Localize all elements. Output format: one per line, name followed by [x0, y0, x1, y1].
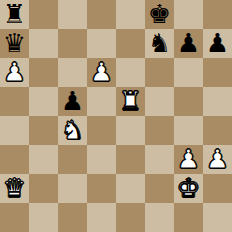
- square-d4[interactable]: [87, 116, 116, 145]
- square-g6[interactable]: [174, 58, 203, 87]
- square-e2[interactable]: [116, 174, 145, 203]
- square-b3[interactable]: [29, 145, 58, 174]
- piece-white-rook[interactable]: ♜: [119, 87, 142, 116]
- square-e8[interactable]: [116, 0, 145, 29]
- square-b4[interactable]: [29, 116, 58, 145]
- square-e4[interactable]: [116, 116, 145, 145]
- piece-black-rook[interactable]: ♜: [3, 0, 26, 29]
- square-e3[interactable]: [116, 145, 145, 174]
- piece-black-pawn[interactable]: ♟: [177, 29, 200, 58]
- square-f4[interactable]: [145, 116, 174, 145]
- square-d2[interactable]: [87, 174, 116, 203]
- square-a4[interactable]: [0, 116, 29, 145]
- square-a5[interactable]: [0, 87, 29, 116]
- square-d7[interactable]: [87, 29, 116, 58]
- square-c3[interactable]: [58, 145, 87, 174]
- piece-white-queen[interactable]: ♛: [3, 174, 26, 203]
- square-a8[interactable]: ♜: [0, 0, 29, 29]
- square-b2[interactable]: [29, 174, 58, 203]
- square-d5[interactable]: [87, 87, 116, 116]
- square-h4[interactable]: [203, 116, 232, 145]
- square-b8[interactable]: [29, 0, 58, 29]
- square-g2[interactable]: ♚: [174, 174, 203, 203]
- piece-black-queen[interactable]: ♛: [3, 29, 26, 58]
- square-c6[interactable]: [58, 58, 87, 87]
- square-e6[interactable]: [116, 58, 145, 87]
- piece-white-pawn[interactable]: ♟: [90, 58, 113, 87]
- square-h3[interactable]: ♟: [203, 145, 232, 174]
- square-e5[interactable]: ♜: [116, 87, 145, 116]
- square-c8[interactable]: [58, 0, 87, 29]
- piece-white-pawn[interactable]: ♟: [3, 58, 26, 87]
- chess-board: ♜♚♛♞♟♟♟♟♟♜♞♟♟♛♚: [0, 0, 232, 232]
- square-b7[interactable]: [29, 29, 58, 58]
- square-e1[interactable]: [116, 203, 145, 232]
- square-a6[interactable]: ♟: [0, 58, 29, 87]
- square-g1[interactable]: [174, 203, 203, 232]
- square-a2[interactable]: ♛: [0, 174, 29, 203]
- square-h7[interactable]: ♟: [203, 29, 232, 58]
- square-d3[interactable]: [87, 145, 116, 174]
- piece-white-knight[interactable]: ♞: [61, 116, 84, 145]
- piece-white-pawn[interactable]: ♟: [177, 145, 200, 174]
- square-b5[interactable]: [29, 87, 58, 116]
- square-h1[interactable]: [203, 203, 232, 232]
- square-h6[interactable]: [203, 58, 232, 87]
- square-f7[interactable]: ♞: [145, 29, 174, 58]
- square-e7[interactable]: [116, 29, 145, 58]
- square-c2[interactable]: [58, 174, 87, 203]
- square-f8[interactable]: ♚: [145, 0, 174, 29]
- square-g3[interactable]: ♟: [174, 145, 203, 174]
- piece-black-knight[interactable]: ♞: [148, 29, 171, 58]
- square-f3[interactable]: [145, 145, 174, 174]
- piece-black-king[interactable]: ♚: [148, 0, 171, 29]
- square-d8[interactable]: [87, 0, 116, 29]
- piece-black-pawn[interactable]: ♟: [61, 87, 84, 116]
- square-b1[interactable]: [29, 203, 58, 232]
- square-g4[interactable]: [174, 116, 203, 145]
- square-c4[interactable]: ♞: [58, 116, 87, 145]
- piece-white-king[interactable]: ♚: [177, 174, 200, 203]
- square-h2[interactable]: [203, 174, 232, 203]
- square-a3[interactable]: [0, 145, 29, 174]
- piece-black-pawn[interactable]: ♟: [206, 29, 229, 58]
- square-c5[interactable]: ♟: [58, 87, 87, 116]
- square-g8[interactable]: [174, 0, 203, 29]
- square-a1[interactable]: [0, 203, 29, 232]
- square-f6[interactable]: [145, 58, 174, 87]
- square-c7[interactable]: [58, 29, 87, 58]
- square-h8[interactable]: [203, 0, 232, 29]
- square-d1[interactable]: [87, 203, 116, 232]
- square-g5[interactable]: [174, 87, 203, 116]
- square-f5[interactable]: [145, 87, 174, 116]
- square-g7[interactable]: ♟: [174, 29, 203, 58]
- square-a7[interactable]: ♛: [0, 29, 29, 58]
- square-d6[interactable]: ♟: [87, 58, 116, 87]
- square-b6[interactable]: [29, 58, 58, 87]
- square-h5[interactable]: [203, 87, 232, 116]
- square-f2[interactable]: [145, 174, 174, 203]
- square-c1[interactable]: [58, 203, 87, 232]
- square-f1[interactable]: [145, 203, 174, 232]
- piece-white-pawn[interactable]: ♟: [206, 145, 229, 174]
